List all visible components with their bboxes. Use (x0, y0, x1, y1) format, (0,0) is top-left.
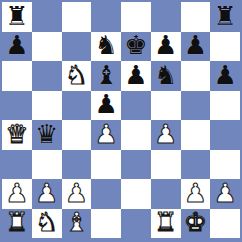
square-g4[interactable] (181, 120, 211, 150)
square-a6[interactable] (2, 61, 32, 91)
white-pawn-icon: ♟ (5, 180, 28, 206)
chess-board: ♜♜♟♞♚♟♟♞♝♟♞♟♟♛♛♟♟♟♟♟♟♟♜♞♝♜♚ (0, 0, 242, 242)
square-f2[interactable] (151, 179, 181, 209)
square-g8[interactable] (181, 2, 211, 32)
square-e1[interactable] (121, 209, 151, 239)
square-d5[interactable]: ♟ (91, 91, 121, 121)
square-h5[interactable] (210, 91, 240, 121)
square-f1[interactable]: ♜ (151, 209, 181, 239)
square-c5[interactable] (62, 91, 92, 121)
square-c4[interactable] (62, 120, 92, 150)
square-d6[interactable]: ♝ (91, 61, 121, 91)
square-a4[interactable]: ♛ (2, 120, 32, 150)
black-rook-icon: ♜ (5, 3, 28, 29)
square-c1[interactable]: ♝ (62, 209, 92, 239)
square-d2[interactable] (91, 179, 121, 209)
square-b2[interactable]: ♟ (32, 179, 62, 209)
square-e7[interactable]: ♚ (121, 32, 151, 62)
square-g2[interactable]: ♟ (181, 179, 211, 209)
square-h8[interactable]: ♜ (210, 2, 240, 32)
white-queen-icon: ♛ (5, 121, 28, 147)
square-b7[interactable] (32, 32, 62, 62)
black-king-icon: ♚ (124, 32, 147, 58)
square-c6[interactable]: ♞ (62, 61, 92, 91)
square-e8[interactable] (121, 2, 151, 32)
black-pawn-icon: ♟ (184, 32, 207, 58)
square-h1[interactable] (210, 209, 240, 239)
square-f6[interactable]: ♞ (151, 61, 181, 91)
black-pawn-icon: ♟ (124, 62, 147, 88)
white-pawn-icon: ♟ (213, 180, 236, 206)
square-a1[interactable]: ♜ (2, 209, 32, 239)
square-b3[interactable] (32, 150, 62, 180)
square-a7[interactable]: ♟ (2, 32, 32, 62)
square-h4[interactable] (210, 120, 240, 150)
white-pawn-icon: ♟ (94, 121, 117, 147)
square-h7[interactable] (210, 32, 240, 62)
square-c7[interactable] (62, 32, 92, 62)
white-pawn-icon: ♟ (35, 180, 58, 206)
square-h3[interactable] (210, 150, 240, 180)
white-rook-icon: ♜ (5, 209, 28, 235)
square-d7[interactable]: ♞ (91, 32, 121, 62)
square-f3[interactable] (151, 150, 181, 180)
square-e2[interactable] (121, 179, 151, 209)
square-b8[interactable] (32, 2, 62, 32)
square-g5[interactable] (181, 91, 211, 121)
square-h2[interactable]: ♟ (210, 179, 240, 209)
square-g1[interactable]: ♚ (181, 209, 211, 239)
black-bishop-icon: ♝ (94, 62, 117, 88)
square-e5[interactable] (121, 91, 151, 121)
square-f8[interactable] (151, 2, 181, 32)
square-d8[interactable] (91, 2, 121, 32)
square-a3[interactable] (2, 150, 32, 180)
white-bishop-icon: ♝ (65, 209, 88, 235)
white-knight-icon: ♞ (35, 209, 58, 235)
square-b5[interactable] (32, 91, 62, 121)
black-knight-icon: ♞ (154, 62, 177, 88)
white-pawn-icon: ♟ (184, 180, 207, 206)
black-rook-icon: ♜ (213, 3, 236, 29)
black-pawn-icon: ♟ (94, 91, 117, 117)
square-f7[interactable]: ♟ (151, 32, 181, 62)
square-e6[interactable]: ♟ (121, 61, 151, 91)
square-c3[interactable] (62, 150, 92, 180)
square-c8[interactable] (62, 2, 92, 32)
black-knight-icon: ♞ (94, 32, 117, 58)
square-g7[interactable]: ♟ (181, 32, 211, 62)
square-e3[interactable] (121, 150, 151, 180)
square-c2[interactable]: ♟ (62, 179, 92, 209)
square-d1[interactable] (91, 209, 121, 239)
square-f4[interactable]: ♟ (151, 120, 181, 150)
black-queen-icon: ♛ (35, 121, 58, 147)
square-b6[interactable] (32, 61, 62, 91)
black-pawn-icon: ♟ (154, 32, 177, 58)
square-a5[interactable] (2, 91, 32, 121)
white-knight-icon: ♞ (65, 62, 88, 88)
square-e4[interactable] (121, 120, 151, 150)
square-g3[interactable] (181, 150, 211, 180)
black-pawn-icon: ♟ (213, 62, 236, 88)
square-d4[interactable]: ♟ (91, 120, 121, 150)
square-d3[interactable] (91, 150, 121, 180)
square-h6[interactable]: ♟ (210, 61, 240, 91)
square-g6[interactable] (181, 61, 211, 91)
square-f5[interactable] (151, 91, 181, 121)
white-pawn-icon: ♟ (65, 180, 88, 206)
white-rook-icon: ♜ (154, 209, 177, 235)
square-a2[interactable]: ♟ (2, 179, 32, 209)
square-a8[interactable]: ♜ (2, 2, 32, 32)
white-king-icon: ♚ (184, 209, 207, 235)
black-pawn-icon: ♟ (5, 32, 28, 58)
white-pawn-icon: ♟ (154, 121, 177, 147)
square-b4[interactable]: ♛ (32, 120, 62, 150)
square-b1[interactable]: ♞ (32, 209, 62, 239)
